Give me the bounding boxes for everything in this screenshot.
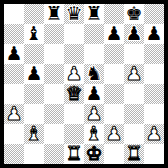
- square-c6[interactable]: [44, 44, 64, 64]
- square-e1[interactable]: ♚: [84, 144, 104, 164]
- white-pawn[interactable]: ♟: [85, 104, 102, 123]
- square-b6[interactable]: [24, 44, 44, 64]
- square-d2[interactable]: [64, 124, 84, 144]
- square-b5[interactable]: ♟: [24, 64, 44, 84]
- square-d6[interactable]: [64, 44, 84, 64]
- square-g5[interactable]: ♟: [124, 64, 144, 84]
- square-a8[interactable]: [4, 4, 24, 24]
- square-a7[interactable]: [4, 24, 24, 44]
- white-pawn[interactable]: ♟: [5, 104, 22, 123]
- white-king[interactable]: ♚: [85, 144, 102, 163]
- square-h5[interactable]: [144, 64, 164, 84]
- black-rook[interactable]: ♜: [85, 4, 102, 23]
- square-g3[interactable]: [124, 104, 144, 124]
- white-pawn[interactable]: ♟: [65, 64, 82, 83]
- square-e6[interactable]: [84, 44, 104, 64]
- square-g8[interactable]: ♚: [124, 4, 144, 24]
- square-e8[interactable]: ♜: [84, 4, 104, 24]
- square-a6[interactable]: ♟: [4, 44, 24, 64]
- white-bishop[interactable]: ♝: [85, 124, 102, 143]
- square-f6[interactable]: [104, 44, 124, 64]
- black-pawn[interactable]: ♟: [25, 64, 42, 83]
- square-f7[interactable]: ♟: [104, 24, 124, 44]
- square-g1[interactable]: ♜: [124, 144, 144, 164]
- square-b2[interactable]: ♝: [24, 124, 44, 144]
- black-pawn[interactable]: ♟: [145, 24, 162, 43]
- square-c7[interactable]: [44, 24, 64, 44]
- square-h8[interactable]: [144, 4, 164, 24]
- white-bishop[interactable]: ♝: [25, 124, 42, 143]
- white-pawn[interactable]: ♟: [105, 124, 122, 143]
- square-c4[interactable]: [44, 84, 64, 104]
- square-h7[interactable]: ♟: [144, 24, 164, 44]
- square-a1[interactable]: [4, 144, 24, 164]
- black-pawn[interactable]: ♟: [125, 24, 142, 43]
- square-h6[interactable]: [144, 44, 164, 64]
- square-a5[interactable]: [4, 64, 24, 84]
- square-b1[interactable]: [24, 144, 44, 164]
- square-e4[interactable]: ♟: [84, 84, 104, 104]
- square-f4[interactable]: [104, 84, 124, 104]
- square-g6[interactable]: [124, 44, 144, 64]
- square-c5[interactable]: [44, 64, 64, 84]
- square-d4[interactable]: ♛: [64, 84, 84, 104]
- square-h4[interactable]: [144, 84, 164, 104]
- white-pawn[interactable]: ♟: [125, 64, 142, 83]
- square-d1[interactable]: ♜: [64, 144, 84, 164]
- white-rook[interactable]: ♜: [65, 144, 82, 163]
- white-rook[interactable]: ♜: [125, 144, 142, 163]
- chess-board-frame: ♜♛♜♚♝♟♟♟♟♟♟♞♟♛♟♟♟♝♝♟♟♜♚♜: [0, 0, 168, 168]
- square-e5[interactable]: ♞: [84, 64, 104, 84]
- square-f5[interactable]: [104, 64, 124, 84]
- square-b7[interactable]: ♝: [24, 24, 44, 44]
- square-f1[interactable]: [104, 144, 124, 164]
- square-h3[interactable]: [144, 104, 164, 124]
- square-a3[interactable]: ♟: [4, 104, 24, 124]
- square-c1[interactable]: [44, 144, 64, 164]
- chess-board: ♜♛♜♚♝♟♟♟♟♟♟♞♟♛♟♟♟♝♝♟♟♜♚♜: [4, 4, 164, 164]
- black-knight[interactable]: ♞: [85, 64, 102, 83]
- square-h1[interactable]: [144, 144, 164, 164]
- square-f2[interactable]: ♟: [104, 124, 124, 144]
- black-pawn[interactable]: ♟: [5, 44, 22, 63]
- square-d5[interactable]: ♟: [64, 64, 84, 84]
- square-f8[interactable]: [104, 4, 124, 24]
- square-g7[interactable]: ♟: [124, 24, 144, 44]
- square-c3[interactable]: [44, 104, 64, 124]
- square-d3[interactable]: [64, 104, 84, 124]
- square-b4[interactable]: [24, 84, 44, 104]
- square-h2[interactable]: ♟: [144, 124, 164, 144]
- black-bishop[interactable]: ♝: [25, 24, 42, 43]
- square-c2[interactable]: [44, 124, 64, 144]
- white-pawn[interactable]: ♟: [145, 124, 162, 143]
- black-rook[interactable]: ♜: [45, 4, 62, 23]
- square-f3[interactable]: [104, 104, 124, 124]
- square-a4[interactable]: [4, 84, 24, 104]
- black-pawn[interactable]: ♟: [105, 24, 122, 43]
- square-d7[interactable]: [64, 24, 84, 44]
- square-e2[interactable]: ♝: [84, 124, 104, 144]
- black-pawn[interactable]: ♟: [85, 84, 102, 103]
- black-king[interactable]: ♚: [125, 4, 142, 23]
- black-queen[interactable]: ♛: [65, 4, 82, 23]
- square-g4[interactable]: [124, 84, 144, 104]
- square-a2[interactable]: [4, 124, 24, 144]
- square-g2[interactable]: [124, 124, 144, 144]
- square-c8[interactable]: ♜: [44, 4, 64, 24]
- white-queen[interactable]: ♛: [65, 84, 82, 103]
- square-b8[interactable]: [24, 4, 44, 24]
- square-e3[interactable]: ♟: [84, 104, 104, 124]
- square-b3[interactable]: [24, 104, 44, 124]
- square-e7[interactable]: [84, 24, 104, 44]
- square-d8[interactable]: ♛: [64, 4, 84, 24]
